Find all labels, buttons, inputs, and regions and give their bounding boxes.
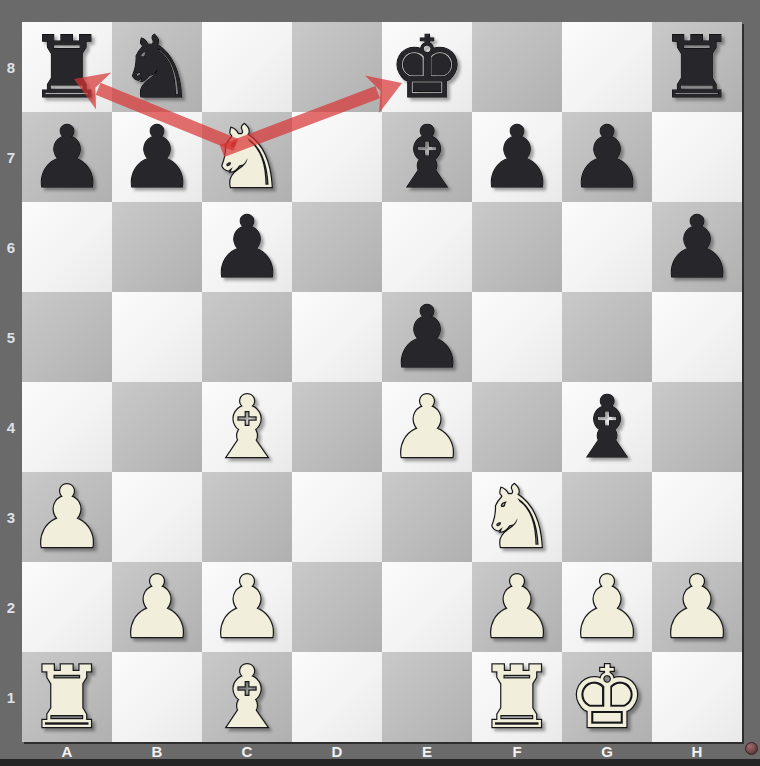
square-d7[interactable]: [292, 112, 382, 202]
piece-white-bishop-c1[interactable]: ♝: [202, 652, 292, 742]
square-e8[interactable]: ♚: [382, 22, 472, 112]
square-g7[interactable]: ♟: [562, 112, 652, 202]
square-d5[interactable]: [292, 292, 382, 382]
piece-white-knight-f3[interactable]: ♞: [472, 472, 562, 562]
square-d1[interactable]: [292, 652, 382, 742]
square-e1[interactable]: [382, 652, 472, 742]
square-h8[interactable]: ♜: [652, 22, 742, 112]
piece-black-pawn-b7[interactable]: ♟: [112, 112, 202, 202]
square-b7[interactable]: ♟: [112, 112, 202, 202]
file-labels: ABCDEFGH: [22, 744, 742, 759]
square-c4[interactable]: ♝: [202, 382, 292, 472]
square-d3[interactable]: [292, 472, 382, 562]
piece-black-king-e8[interactable]: ♚: [382, 22, 472, 112]
square-a4[interactable]: [22, 382, 112, 472]
file-label-H: H: [652, 744, 742, 759]
piece-white-rook-f1[interactable]: ♜: [472, 652, 562, 742]
piece-white-rook-a1[interactable]: ♜: [22, 652, 112, 742]
square-g4[interactable]: ♝: [562, 382, 652, 472]
square-h4[interactable]: [652, 382, 742, 472]
board-frame: 87654321 ♜♞♚♜♟♟♞♝♟♟♟♟♟♝♟♝♟♞♟♟♟♟♟♜♝♜♚ ABC…: [0, 0, 760, 766]
square-f4[interactable]: [472, 382, 562, 472]
square-c5[interactable]: [202, 292, 292, 382]
square-d6[interactable]: [292, 202, 382, 292]
file-label-D: D: [292, 744, 382, 759]
square-a3[interactable]: ♟: [22, 472, 112, 562]
square-h1[interactable]: [652, 652, 742, 742]
square-f1[interactable]: ♜: [472, 652, 562, 742]
file-label-G: G: [562, 744, 652, 759]
file-label-F: F: [472, 744, 562, 759]
square-d2[interactable]: [292, 562, 382, 652]
rank-label-7: 7: [0, 112, 22, 202]
rank-labels: 87654321: [0, 22, 22, 742]
square-e4[interactable]: ♟: [382, 382, 472, 472]
square-b8[interactable]: ♞: [112, 22, 202, 112]
square-a6[interactable]: [22, 202, 112, 292]
piece-black-bishop-g4[interactable]: ♝: [562, 382, 652, 472]
square-b5[interactable]: [112, 292, 202, 382]
square-c8[interactable]: [202, 22, 292, 112]
piece-black-pawn-f7[interactable]: ♟: [472, 112, 562, 202]
rank-label-6: 6: [0, 202, 22, 292]
rank-label-2: 2: [0, 562, 22, 652]
square-f2[interactable]: ♟: [472, 562, 562, 652]
square-a2[interactable]: [22, 562, 112, 652]
rank-label-4: 4: [0, 382, 22, 472]
bottom-bar: [0, 759, 760, 766]
square-d4[interactable]: [292, 382, 382, 472]
square-d8[interactable]: [292, 22, 382, 112]
square-h7[interactable]: [652, 112, 742, 202]
piece-white-pawn-g2[interactable]: ♟: [562, 562, 652, 652]
piece-black-pawn-c6[interactable]: ♟: [202, 202, 292, 292]
rank-label-5: 5: [0, 292, 22, 382]
piece-white-king-g1[interactable]: ♚: [562, 652, 652, 742]
piece-black-pawn-g7[interactable]: ♟: [562, 112, 652, 202]
square-b3[interactable]: [112, 472, 202, 562]
piece-black-rook-a8[interactable]: ♜: [22, 22, 112, 112]
piece-white-pawn-c2[interactable]: ♟: [202, 562, 292, 652]
square-c2[interactable]: ♟: [202, 562, 292, 652]
square-f3[interactable]: ♞: [472, 472, 562, 562]
square-g8[interactable]: [562, 22, 652, 112]
piece-black-pawn-h6[interactable]: ♟: [652, 202, 742, 292]
piece-black-knight-b8[interactable]: ♞: [112, 22, 202, 112]
square-a5[interactable]: [22, 292, 112, 382]
square-h3[interactable]: [652, 472, 742, 562]
piece-black-pawn-e5[interactable]: ♟: [382, 292, 472, 382]
square-c7[interactable]: ♞: [202, 112, 292, 202]
piece-white-pawn-a3[interactable]: ♟: [22, 472, 112, 562]
square-f8[interactable]: [472, 22, 562, 112]
file-label-C: C: [202, 744, 292, 759]
rank-label-3: 3: [0, 472, 22, 562]
corner-dot: [745, 742, 758, 755]
square-h6[interactable]: ♟: [652, 202, 742, 292]
square-b2[interactable]: ♟: [112, 562, 202, 652]
square-a8[interactable]: ♜: [22, 22, 112, 112]
square-b6[interactable]: [112, 202, 202, 292]
chessboard[interactable]: ♜♞♚♜♟♟♞♝♟♟♟♟♟♝♟♝♟♞♟♟♟♟♟♜♝♜♚: [22, 22, 742, 742]
square-a7[interactable]: ♟: [22, 112, 112, 202]
piece-white-bishop-c4[interactable]: ♝: [202, 382, 292, 472]
square-c6[interactable]: ♟: [202, 202, 292, 292]
piece-black-rook-h8[interactable]: ♜: [652, 22, 742, 112]
square-h2[interactable]: ♟: [652, 562, 742, 652]
piece-white-pawn-f2[interactable]: ♟: [472, 562, 562, 652]
square-e6[interactable]: [382, 202, 472, 292]
square-g6[interactable]: [562, 202, 652, 292]
square-g5[interactable]: [562, 292, 652, 382]
file-label-B: B: [112, 744, 202, 759]
square-h5[interactable]: [652, 292, 742, 382]
rank-label-1: 1: [0, 652, 22, 742]
square-b4[interactable]: [112, 382, 202, 472]
square-g1[interactable]: ♚: [562, 652, 652, 742]
square-f7[interactable]: ♟: [472, 112, 562, 202]
piece-black-bishop-e7[interactable]: ♝: [382, 112, 472, 202]
square-c1[interactable]: ♝: [202, 652, 292, 742]
piece-white-knight-c7[interactable]: ♞: [202, 112, 292, 202]
rank-label-8: 8: [0, 22, 22, 112]
square-f6[interactable]: [472, 202, 562, 292]
piece-white-pawn-b2[interactable]: ♟: [112, 562, 202, 652]
square-c3[interactable]: [202, 472, 292, 562]
square-e2[interactable]: [382, 562, 472, 652]
square-b1[interactable]: [112, 652, 202, 742]
piece-black-pawn-a7[interactable]: ♟: [22, 112, 112, 202]
square-g3[interactable]: [562, 472, 652, 562]
square-f5[interactable]: [472, 292, 562, 382]
piece-white-pawn-e4[interactable]: ♟: [382, 382, 472, 472]
square-g2[interactable]: ♟: [562, 562, 652, 652]
square-a1[interactable]: ♜: [22, 652, 112, 742]
square-e3[interactable]: [382, 472, 472, 562]
square-e7[interactable]: ♝: [382, 112, 472, 202]
file-label-E: E: [382, 744, 472, 759]
file-label-A: A: [22, 744, 112, 759]
square-e5[interactable]: ♟: [382, 292, 472, 382]
piece-white-pawn-h2[interactable]: ♟: [652, 562, 742, 652]
